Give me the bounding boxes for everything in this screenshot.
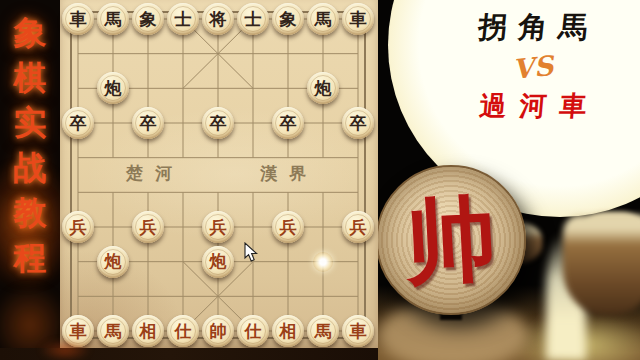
board-piece-black[interactable]: 車 — [342, 3, 374, 35]
banner-char: 程 — [14, 235, 47, 280]
board-piece-black[interactable]: 卒 — [132, 107, 164, 139]
banner-char: 实 — [14, 100, 47, 145]
board-piece-black[interactable]: 卒 — [62, 107, 94, 139]
board-piece-black[interactable]: 馬 — [307, 3, 339, 35]
board-grid — [60, 0, 378, 348]
left-banner: 象 棋 实 战 教 程 — [0, 0, 60, 360]
board-piece-red[interactable]: 相 — [132, 315, 164, 347]
piece-bowl — [563, 215, 640, 315]
banner-char: 教 — [14, 190, 47, 235]
board-piece-red[interactable]: 仕 — [237, 315, 269, 347]
flame-glow — [30, 335, 100, 360]
board-piece-red[interactable]: 兵 — [272, 211, 304, 243]
river-label-chu: 楚河 — [126, 162, 184, 185]
board-piece-black[interactable]: 象 — [132, 3, 164, 35]
board-piece-red[interactable]: 炮 — [202, 246, 234, 278]
board-piece-red[interactable]: 兵 — [62, 211, 94, 243]
board-piece-black[interactable]: 士 — [167, 3, 199, 35]
river-label-han: 漢界 — [260, 162, 318, 185]
board-piece-red[interactable]: 炮 — [97, 246, 129, 278]
board-piece-black[interactable]: 卒 — [342, 107, 374, 139]
title-line2: 過河車 — [444, 88, 634, 124]
board-piece-red[interactable]: 相 — [272, 315, 304, 347]
board-piece-red[interactable]: 馬 — [307, 315, 339, 347]
board-piece-black[interactable]: 士 — [237, 3, 269, 35]
board-piece-red[interactable]: 仕 — [167, 315, 199, 347]
right-panel: 拐角馬 VS 過河車 帅 — [378, 0, 640, 360]
marshal-piece-photo: 帅 — [378, 165, 526, 315]
marshal-glyph: 帅 — [403, 192, 500, 289]
episode-title: 拐角馬 VS 過河車 — [433, 0, 633, 124]
video-frame: 象 棋 实 战 教 程 楚河 漢界 車馬象士将士象馬車炮炮卒卒卒卒卒兵兵兵兵兵炮… — [0, 0, 640, 360]
board-piece-black[interactable]: 将 — [202, 3, 234, 35]
vs-label: VS — [432, 42, 634, 94]
board-piece-black[interactable]: 象 — [272, 3, 304, 35]
board-piece-black[interactable]: 卒 — [202, 107, 234, 139]
banner-title: 象 棋 实 战 教 程 — [0, 10, 60, 280]
xiangqi-board[interactable]: 楚河 漢界 車馬象士将士象馬車炮炮卒卒卒卒卒兵兵兵兵兵炮炮車馬相仕帥仕相馬車 — [60, 0, 378, 348]
board-piece-red[interactable]: 帥 — [202, 315, 234, 347]
board-piece-black[interactable]: 車 — [62, 3, 94, 35]
banner-char: 棋 — [14, 55, 47, 100]
board-piece-black[interactable]: 卒 — [272, 107, 304, 139]
mouse-cursor — [244, 242, 259, 263]
board-piece-red[interactable]: 兵 — [132, 211, 164, 243]
board-piece-red[interactable]: 馬 — [97, 315, 129, 347]
board-piece-red[interactable]: 車 — [342, 315, 374, 347]
board-piece-black[interactable]: 馬 — [97, 3, 129, 35]
board-piece-red[interactable]: 兵 — [342, 211, 374, 243]
banner-char: 战 — [14, 145, 47, 190]
banner-char: 象 — [14, 10, 47, 55]
title-line1: 拐角馬 — [442, 8, 635, 48]
move-origin-highlight — [313, 252, 333, 272]
board-piece-red[interactable]: 兵 — [202, 211, 234, 243]
